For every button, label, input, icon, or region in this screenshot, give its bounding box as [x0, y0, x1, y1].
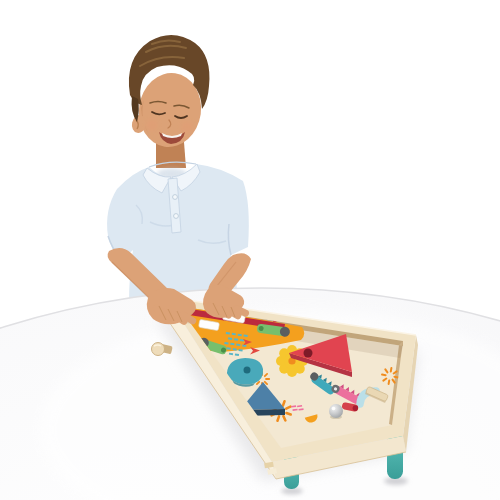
right-cheek-blush: [181, 121, 193, 133]
shirt-button: [174, 214, 179, 219]
left-cheek-blush: [146, 119, 158, 131]
scene: [0, 0, 500, 500]
shirt-button: [173, 195, 178, 200]
product-photo: [0, 0, 500, 500]
ball-highlight: [332, 407, 336, 411]
steel-ball: [329, 404, 343, 418]
